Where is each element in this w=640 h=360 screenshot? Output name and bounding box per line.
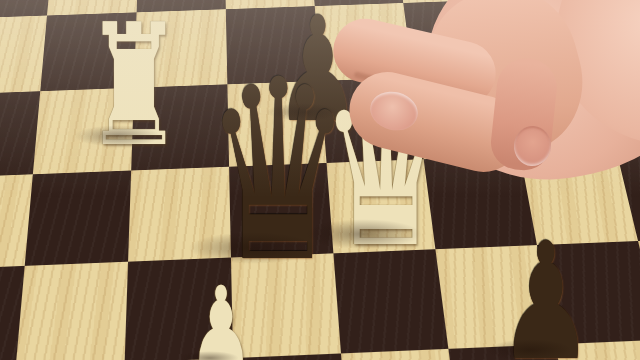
piece-white-pawn-d3[interactable]: ♟ (188, 272, 253, 360)
piece-black-pawn-g3[interactable]: ♟ (498, 221, 594, 360)
chessboard-photo: ♜♟♛♛♟♟ (0, 0, 640, 360)
piece-white-queen[interactable]: ♛ (319, 54, 452, 279)
piece-white-rook[interactable]: ♜ (84, 2, 183, 170)
pieces-layer: ♜♟♛♛♟♟ (0, 0, 640, 360)
